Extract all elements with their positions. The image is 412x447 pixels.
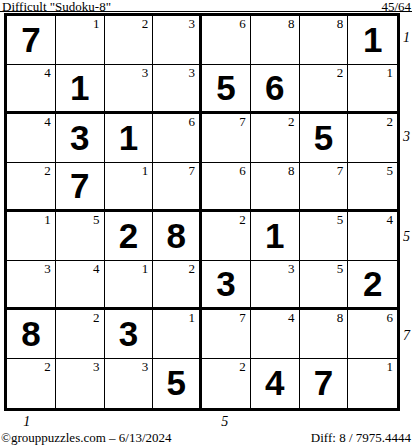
cell-r8c3[interactable]: 3 (105, 359, 154, 408)
cell-r4c7[interactable]: 7 (300, 163, 349, 212)
row-label-1: 1 (403, 31, 412, 45)
sudoku-grid: 7123688141335621431672522717687515282154… (4, 13, 400, 411)
cell-r1c6[interactable]: 8 (251, 16, 300, 65)
cell-r4c3[interactable]: 1 (105, 163, 154, 212)
cell-r8c5[interactable]: 2 (202, 359, 251, 408)
cell-r6c7[interactable]: 5 (300, 261, 349, 310)
given-digit: 1 (119, 120, 138, 155)
cell-r6c1[interactable]: 3 (7, 261, 56, 310)
cell-r2c4[interactable]: 3 (153, 65, 202, 114)
corner-mark: 2 (387, 115, 394, 129)
given-digit: 5 (216, 70, 235, 105)
cell-r2c5[interactable]: 5 (202, 65, 251, 114)
cell-r3c3[interactable]: 1 (105, 114, 154, 163)
cell-r1c4[interactable]: 3 (153, 16, 202, 65)
corner-mark: 3 (288, 262, 295, 276)
corner-mark: 8 (288, 17, 295, 31)
cell-r6c4[interactable]: 2 (153, 261, 202, 310)
cell-r4c6[interactable]: 8 (251, 163, 300, 212)
cell-r1c7[interactable]: 8 (300, 16, 349, 65)
given-digit: 2 (119, 218, 138, 253)
cell-r7c6[interactable]: 4 (251, 310, 300, 359)
cell-r2c1[interactable]: 4 (7, 65, 56, 114)
given-digit: 3 (119, 316, 138, 351)
puzzle-page: Difficult "Sudoku-8" 45/64 7123688141335… (0, 0, 412, 447)
cell-r8c1[interactable]: 2 (7, 359, 56, 408)
cell-r7c4[interactable]: 1 (153, 310, 202, 359)
corner-mark: 2 (44, 164, 51, 178)
corner-mark: 8 (337, 311, 344, 325)
cell-r2c3[interactable]: 3 (105, 65, 154, 114)
given-digit: 6 (265, 70, 284, 105)
corner-mark: 6 (239, 164, 246, 178)
corner-mark: 7 (239, 311, 246, 325)
cell-r7c7[interactable]: 8 (300, 310, 349, 359)
corner-mark: 2 (239, 360, 246, 374)
cell-r5c6[interactable]: 1 (251, 212, 300, 261)
corner-mark: 8 (288, 164, 295, 178)
cell-r4c4[interactable]: 7 (153, 163, 202, 212)
corner-mark: 2 (239, 213, 246, 227)
cell-r2c6[interactable]: 6 (251, 65, 300, 114)
given-digit: 3 (70, 120, 89, 155)
corner-mark: 5 (93, 213, 100, 227)
given-digit: 7 (21, 22, 40, 57)
cell-r1c2[interactable]: 1 (56, 16, 105, 65)
cell-r8c6[interactable]: 4 (251, 359, 300, 408)
corner-mark: 5 (337, 262, 344, 276)
given-digit: 8 (21, 316, 40, 351)
cell-r1c5[interactable]: 6 (202, 16, 251, 65)
cell-r2c7[interactable]: 2 (300, 65, 349, 114)
corner-mark: 2 (142, 17, 149, 31)
cell-r5c8[interactable]: 4 (348, 212, 397, 261)
row-label-7: 7 (403, 329, 412, 343)
corner-mark: 2 (337, 66, 344, 80)
given-digit: 4 (265, 365, 284, 400)
corner-mark: 1 (387, 360, 394, 374)
corner-mark: 7 (239, 115, 246, 129)
corner-mark: 1 (189, 311, 196, 325)
corner-mark: 3 (189, 17, 196, 31)
cell-r8c7[interactable]: 7 (300, 359, 349, 408)
cell-r6c6[interactable]: 3 (251, 261, 300, 310)
cell-r3c7[interactable]: 5 (300, 114, 349, 163)
cell-r3c4[interactable]: 6 (153, 114, 202, 163)
cell-r3c5[interactable]: 7 (202, 114, 251, 163)
corner-mark: 2 (44, 360, 51, 374)
col-label-5: 5 (221, 415, 228, 429)
corner-mark: 2 (189, 262, 196, 276)
cell-r5c2[interactable]: 5 (56, 212, 105, 261)
col-label-1: 1 (23, 415, 30, 429)
cell-r8c2[interactable]: 3 (56, 359, 105, 408)
cell-r5c7[interactable]: 5 (300, 212, 349, 261)
corner-mark: 6 (239, 17, 246, 31)
corner-mark: 3 (142, 66, 149, 80)
corner-mark: 4 (44, 66, 51, 80)
cell-r3c1[interactable]: 4 (7, 114, 56, 163)
cell-r2c8[interactable]: 1 (348, 65, 397, 114)
corner-mark: 4 (93, 262, 100, 276)
footer-copyright-date: ©grouppuzzles.com – 6/13/2024 (1, 430, 172, 446)
corner-mark: 4 (288, 311, 295, 325)
row-label-5: 5 (403, 230, 412, 244)
corner-mark: 1 (387, 66, 394, 80)
corner-mark: 3 (93, 360, 100, 374)
corner-mark: 5 (387, 164, 394, 178)
cell-r7c3[interactable]: 3 (105, 310, 154, 359)
given-digit: 2 (363, 266, 382, 301)
corner-mark: 1 (142, 262, 149, 276)
cell-r7c2[interactable]: 2 (56, 310, 105, 359)
cell-r4c2[interactable]: 7 (56, 163, 105, 212)
given-digit: 5 (166, 365, 185, 400)
cell-r7c1[interactable]: 8 (7, 310, 56, 359)
cell-r1c1[interactable]: 7 (7, 16, 56, 65)
cell-r8c8[interactable]: 1 (348, 359, 397, 408)
cell-r4c1[interactable]: 2 (7, 163, 56, 212)
corner-mark: 1 (44, 213, 51, 227)
cell-r5c5[interactable]: 2 (202, 212, 251, 261)
given-digit: 1 (70, 70, 89, 105)
given-digit: 1 (363, 22, 382, 57)
cell-r1c8[interactable]: 1 (348, 16, 397, 65)
corner-mark: 3 (44, 262, 51, 276)
cell-r7c8[interactable]: 6 (348, 310, 397, 359)
corner-mark: 2 (93, 311, 100, 325)
corner-mark: 8 (337, 17, 344, 31)
cell-r8c4[interactable]: 5 (153, 359, 202, 408)
header-rule (0, 11, 412, 12)
given-digit: 5 (314, 120, 333, 155)
cell-r5c3[interactable]: 2 (105, 212, 154, 261)
footer-difficulty: Diff: 8 / 7975.4444 (311, 430, 411, 446)
corner-mark: 1 (93, 17, 100, 31)
cell-r6c5[interactable]: 3 (202, 261, 251, 310)
cell-r4c5[interactable]: 6 (202, 163, 251, 212)
cell-r7c5[interactable]: 7 (202, 310, 251, 359)
corner-mark: 7 (189, 164, 196, 178)
corner-mark: 4 (387, 213, 394, 227)
corner-mark: 2 (288, 115, 295, 129)
given-digit: 3 (216, 266, 235, 301)
corner-mark: 5 (337, 213, 344, 227)
corner-mark: 4 (44, 115, 51, 129)
cell-r6c8[interactable]: 2 (348, 261, 397, 310)
given-digit: 7 (70, 168, 89, 203)
corner-mark: 1 (142, 164, 149, 178)
cell-r1c3[interactable]: 2 (105, 16, 154, 65)
cell-r6c3[interactable]: 1 (105, 261, 154, 310)
corner-mark: 6 (387, 311, 394, 325)
cell-r5c1[interactable]: 1 (7, 212, 56, 261)
corner-mark: 3 (189, 66, 196, 80)
cell-r3c6[interactable]: 2 (251, 114, 300, 163)
given-digit: 7 (314, 365, 333, 400)
corner-mark: 7 (337, 164, 344, 178)
cell-r3c2[interactable]: 3 (56, 114, 105, 163)
given-digit: 8 (166, 218, 185, 253)
corner-mark: 6 (189, 115, 196, 129)
cell-r3c8[interactable]: 2 (348, 114, 397, 163)
corner-mark: 3 (142, 360, 149, 374)
cell-r5c4[interactable]: 8 (153, 212, 202, 261)
given-digit: 1 (265, 218, 284, 253)
cell-r2c2[interactable]: 1 (56, 65, 105, 114)
cell-r6c2[interactable]: 4 (56, 261, 105, 310)
row-label-3: 3 (403, 130, 412, 144)
cell-r4c8[interactable]: 5 (348, 163, 397, 212)
